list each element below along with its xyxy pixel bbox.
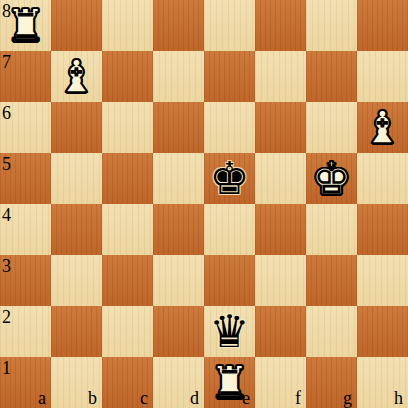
square-a4[interactable]: 4: [0, 204, 51, 255]
file-label: g: [343, 388, 352, 408]
square-e1[interactable]: e♜: [204, 357, 255, 408]
chess-board: 8♜7♝6♝5♚♚432♛1abcde♜fgh: [0, 0, 408, 408]
square-b5[interactable]: [51, 153, 102, 204]
square-d7[interactable]: [153, 51, 204, 102]
square-c2[interactable]: [102, 306, 153, 357]
square-d2[interactable]: [153, 306, 204, 357]
square-b7[interactable]: ♝: [51, 51, 102, 102]
square-c1[interactable]: c: [102, 357, 153, 408]
square-a5[interactable]: 5: [0, 153, 51, 204]
square-e6[interactable]: [204, 102, 255, 153]
square-d5[interactable]: [153, 153, 204, 204]
square-h2[interactable]: [357, 306, 408, 357]
square-b1[interactable]: b: [51, 357, 102, 408]
square-g4[interactable]: [306, 204, 357, 255]
square-d6[interactable]: [153, 102, 204, 153]
square-h4[interactable]: [357, 204, 408, 255]
white-rook[interactable]: ♜: [204, 357, 255, 408]
square-a8[interactable]: 8♜: [0, 0, 51, 51]
file-label: b: [88, 388, 97, 408]
black-king[interactable]: ♚: [204, 153, 255, 204]
square-a3[interactable]: 3: [0, 255, 51, 306]
square-c8[interactable]: [102, 0, 153, 51]
square-g1[interactable]: g: [306, 357, 357, 408]
square-b8[interactable]: [51, 0, 102, 51]
square-h1[interactable]: h: [357, 357, 408, 408]
square-c7[interactable]: [102, 51, 153, 102]
file-label: h: [394, 388, 403, 408]
square-e7[interactable]: [204, 51, 255, 102]
square-h6[interactable]: ♝: [357, 102, 408, 153]
rank-label: 4: [2, 206, 11, 224]
square-f8[interactable]: [255, 0, 306, 51]
square-b6[interactable]: [51, 102, 102, 153]
white-rook[interactable]: ♜: [0, 0, 51, 51]
white-king[interactable]: ♚: [306, 153, 357, 204]
square-c5[interactable]: [102, 153, 153, 204]
file-label: c: [140, 388, 148, 408]
square-c3[interactable]: [102, 255, 153, 306]
rank-label: 6: [2, 104, 11, 122]
square-f4[interactable]: [255, 204, 306, 255]
square-c6[interactable]: [102, 102, 153, 153]
white-bishop[interactable]: ♝: [357, 102, 408, 153]
square-g7[interactable]: [306, 51, 357, 102]
square-f1[interactable]: f: [255, 357, 306, 408]
square-a6[interactable]: 6: [0, 102, 51, 153]
square-f7[interactable]: [255, 51, 306, 102]
square-b2[interactable]: [51, 306, 102, 357]
square-h8[interactable]: [357, 0, 408, 51]
rank-label: 1: [2, 359, 11, 377]
square-e3[interactable]: [204, 255, 255, 306]
square-b3[interactable]: [51, 255, 102, 306]
rank-label: 2: [2, 308, 11, 326]
square-d4[interactable]: [153, 204, 204, 255]
rank-label: 3: [2, 257, 11, 275]
square-d3[interactable]: [153, 255, 204, 306]
file-label: d: [190, 388, 199, 408]
rank-label: 5: [2, 155, 11, 173]
square-e5[interactable]: ♚: [204, 153, 255, 204]
square-f5[interactable]: [255, 153, 306, 204]
square-h7[interactable]: [357, 51, 408, 102]
square-g6[interactable]: [306, 102, 357, 153]
square-c4[interactable]: [102, 204, 153, 255]
square-g8[interactable]: [306, 0, 357, 51]
square-a2[interactable]: 2: [0, 306, 51, 357]
black-queen[interactable]: ♛: [204, 306, 255, 357]
square-d1[interactable]: d: [153, 357, 204, 408]
file-label: a: [38, 388, 46, 408]
square-e8[interactable]: [204, 0, 255, 51]
square-h5[interactable]: [357, 153, 408, 204]
square-a7[interactable]: 7: [0, 51, 51, 102]
square-g2[interactable]: [306, 306, 357, 357]
rank-label: 7: [2, 53, 11, 71]
square-h3[interactable]: [357, 255, 408, 306]
square-f6[interactable]: [255, 102, 306, 153]
square-e2[interactable]: ♛: [204, 306, 255, 357]
square-g5[interactable]: ♚: [306, 153, 357, 204]
file-label: f: [295, 388, 301, 408]
square-d8[interactable]: [153, 0, 204, 51]
square-a1[interactable]: 1a: [0, 357, 51, 408]
square-g3[interactable]: [306, 255, 357, 306]
white-bishop[interactable]: ♝: [51, 51, 102, 102]
square-b4[interactable]: [51, 204, 102, 255]
square-e4[interactable]: [204, 204, 255, 255]
square-f3[interactable]: [255, 255, 306, 306]
square-f2[interactable]: [255, 306, 306, 357]
